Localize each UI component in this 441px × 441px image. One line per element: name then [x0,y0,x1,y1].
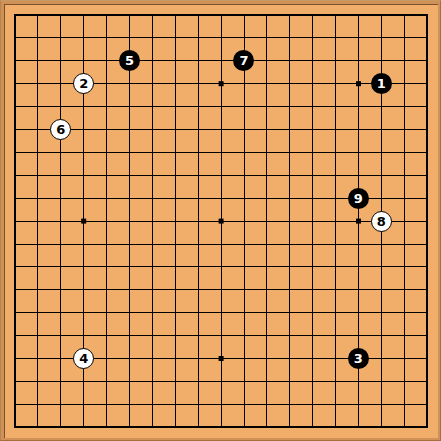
stone-number: 5 [125,54,134,67]
stone-black-5: 5 [119,50,140,71]
stone-black-1: 1 [371,73,392,94]
stone-number: 2 [79,77,88,90]
stone-number: 7 [239,54,248,67]
stone-black-9: 9 [348,188,369,209]
stone-number: 8 [377,215,386,228]
stone-number: 1 [377,77,386,90]
go-board: 123456789 [4,4,438,438]
stone-white-4: 4 [73,348,94,369]
go-diagram: 123456789 [0,0,441,441]
stone-number: 9 [354,192,363,205]
stone-black-7: 7 [233,50,254,71]
stone-white-6: 6 [50,119,71,140]
stone-white-2: 2 [73,73,94,94]
stones-layer: 123456789 [4,4,438,438]
stone-black-3: 3 [348,348,369,369]
stone-number: 6 [56,123,65,136]
stone-number: 3 [354,352,363,365]
stone-white-8: 8 [371,211,392,232]
stone-number: 4 [79,352,88,365]
